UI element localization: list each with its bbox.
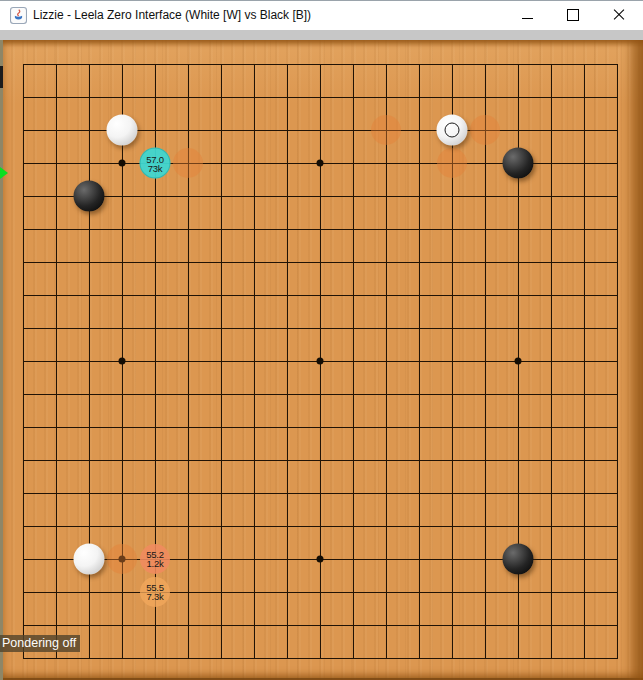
window-controls <box>504 0 642 30</box>
candidate-stat: 7.3k <box>147 592 164 601</box>
candidate-stat: 1.2k <box>147 559 164 568</box>
stone-white-C4 <box>74 544 105 575</box>
candidate-move-E16[interactable]: 57.073k <box>140 148 171 179</box>
hoshi-point <box>119 358 126 365</box>
window-title: Lizzie - Leela Zero Interface (White [W]… <box>33 8 311 22</box>
left-edge-arrow-icon <box>0 167 8 179</box>
last-move-marker-icon <box>444 122 459 137</box>
candidate-stat: 73k <box>148 163 162 172</box>
go-grid[interactable]: 57.073k55.21.2k55.57.3k <box>23 64 618 659</box>
lizzie-window: Lizzie - Leela Zero Interface (White [W]… <box>0 0 643 680</box>
left-edge-panel-sliver <box>0 40 3 680</box>
maximize-icon <box>567 9 579 21</box>
maximize-button[interactable] <box>550 0 596 30</box>
titlebar-shadow-band <box>0 30 643 40</box>
candidate-move-P17[interactable] <box>470 115 500 145</box>
stone-black-Q4 <box>503 544 534 575</box>
pondering-status: Pondering off <box>0 635 80 652</box>
candidate-move-E3[interactable]: 55.57.3k <box>140 577 170 607</box>
close-icon <box>613 9 625 21</box>
hoshi-point <box>515 358 522 365</box>
candidate-move-D4[interactable] <box>107 544 137 574</box>
minimize-button[interactable] <box>504 0 550 30</box>
hoshi-point <box>119 160 126 167</box>
close-button[interactable] <box>596 0 642 30</box>
left-edge-dark-mark <box>0 66 3 88</box>
minimize-icon <box>522 18 533 19</box>
java-app-icon <box>9 6 27 24</box>
hoshi-point <box>317 160 324 167</box>
stone-black-C15 <box>74 181 105 212</box>
hoshi-point <box>317 556 324 563</box>
candidate-move-M17[interactable] <box>371 115 401 145</box>
candidate-move-F16[interactable] <box>173 148 203 178</box>
candidate-move-O16[interactable] <box>437 148 467 178</box>
go-board[interactable]: 57.073k55.21.2k55.57.3k <box>0 40 643 680</box>
candidate-move-E4[interactable]: 55.21.2k <box>140 544 170 574</box>
stone-white-D17 <box>107 115 138 146</box>
title-bar[interactable]: Lizzie - Leela Zero Interface (White [W]… <box>0 0 643 30</box>
stone-white-O17 <box>437 115 468 146</box>
hoshi-point <box>317 358 324 365</box>
stone-black-Q16 <box>503 148 534 179</box>
